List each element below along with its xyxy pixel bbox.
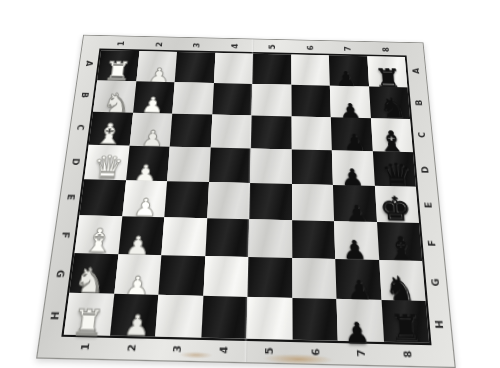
square-b4 [212,83,252,115]
playing-area: ♜♟♟♜♞♟♟♞♝♟♟♝♛♟♟♛♟♟♚♝♟♟♝♞♟♟♞♜♟♟♜ [61,49,431,346]
square-b2: ♟ [133,81,175,113]
file-label-c: C [403,127,441,143]
black-pawn-h7: ♟ [334,318,381,348]
square-h1: ♜ [64,293,114,336]
square-d2: ♟ [126,146,170,181]
square-g5 [247,257,292,298]
rank-label-2: 2 [151,28,167,61]
square-b3 [172,82,213,114]
square-g2: ♟ [114,254,162,295]
square-g6 [292,258,337,299]
file-label-c: C [62,119,100,135]
square-b5 [252,84,292,116]
square-f6 [292,220,336,259]
square-g7: ♟ [335,259,381,300]
square-d6 [291,149,333,184]
rank-label-7: 7 [341,32,355,65]
square-f1: ♝ [74,215,121,254]
chess-board: 12345678 ABCDEFGH ♜♟♟♜♞♟♟♞♝♟♟♝♛♟♟♛♟♟♚♝♟♟… [36,35,456,368]
square-h8: ♜ [381,300,429,343]
square-e5 [249,183,291,220]
white-pawn-h2: ♟ [112,311,160,340]
board-scene: 12345678 ABCDEFGH ♜♟♟♜♞♟♟♞♝♟♟♝♛♟♟♛♟♟♚♝♟♟… [30,4,470,364]
rank-label-4: 4 [227,30,241,63]
rank-label-5: 5 [265,30,278,63]
square-h5 [246,297,292,340]
square-h3 [155,295,203,338]
square-h6 [292,298,338,341]
square-f2: ♟ [118,216,164,255]
square-d4 [209,148,251,183]
file-label-d: D [406,161,444,178]
square-e4 [207,182,250,219]
square-c2: ♟ [129,113,172,147]
file-label-b: B [67,87,104,102]
square-d3 [167,147,210,182]
board-middle: ABCDEFGH ♜♟♟♜♞♟♟♞♝♟♟♝♛♟♟♛♟♟♚♝♟♟♝♞♟♟♞♜♟♟♜… [43,48,451,345]
black-king-e8: ♚ [373,192,417,226]
square-d7: ♟ [332,150,375,186]
square-c6 [291,116,332,150]
white-bishop-f1: ♝ [75,224,122,257]
square-h2: ♟ [109,294,158,337]
square-h4 [201,296,248,339]
square-e8: ♚ [374,186,419,223]
square-c4 [210,115,251,149]
square-g1: ♞ [69,253,118,294]
square-f5 [248,219,291,258]
file-label-b: B [400,95,437,110]
square-h7: ♟ [337,299,384,342]
square-g8: ♞ [379,260,426,301]
square-c7: ♟ [331,117,373,151]
square-b7: ♟ [330,86,371,119]
square-f7: ♟ [334,221,379,260]
square-e2: ♟ [122,180,167,217]
file-label-a: A [398,64,434,79]
photo-canvas: 12345678 ABCDEFGH ♜♟♟♜♞♟♟♞♝♟♟♝♛♟♟♛♟♟♚♝♟♟… [0,0,500,368]
file-label-a: A [71,56,108,71]
black-rook-h8: ♜ [382,309,430,346]
square-e6 [291,184,334,221]
square-f4 [205,218,249,257]
square-c5 [251,115,292,149]
square-d5 [250,149,291,184]
rank-label-6: 6 [303,31,316,64]
square-f3 [161,217,206,256]
file-label-d: D [56,153,95,170]
square-g4 [203,256,248,297]
square-e3 [164,181,208,218]
rank-label-8: 8 [378,33,393,66]
white-rook-h1: ♜ [63,304,113,341]
square-b6 [291,85,331,118]
rank-label-3: 3 [189,29,204,62]
square-e1 [79,179,125,216]
square-c3 [170,114,212,148]
square-g3 [158,255,205,296]
square-e7: ♟ [333,185,377,222]
square-f8: ♝ [377,222,423,261]
